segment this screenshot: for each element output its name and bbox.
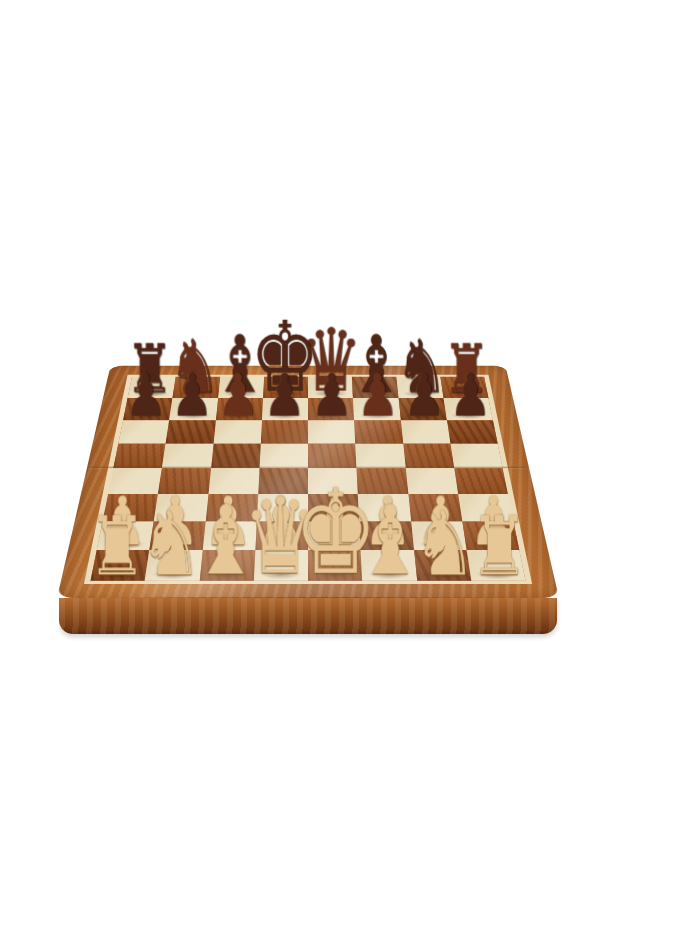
piece-black-pawn-b7[interactable]: ♟ [171, 366, 213, 425]
product-photo-stage: ♜♞♝♚♛♝♞♜♟♟♟♟♟♟♟♟♟♟♟♟♟♟♟♟♜♞♝♛♚♝♞♜ [0, 0, 683, 931]
square-b5[interactable] [162, 444, 213, 469]
piece-white-king-e1[interactable]: ♚ [293, 474, 377, 591]
piece-black-pawn-c7[interactable]: ♟ [217, 366, 259, 425]
square-d7[interactable]: ♟ [262, 398, 308, 420]
piece-black-pawn-f7[interactable]: ♟ [357, 366, 399, 425]
square-g1[interactable]: ♞ [414, 550, 471, 581]
square-h5[interactable] [450, 444, 502, 469]
piece-white-rook-a1[interactable]: ♜ [87, 506, 145, 587]
board-perspective-wrapper: ♜♞♝♚♛♝♞♜♟♟♟♟♟♟♟♟♟♟♟♟♟♟♟♟♜♞♝♛♚♝♞♜ [57, 96, 559, 598]
square-f7[interactable]: ♟ [353, 398, 400, 420]
square-b7[interactable]: ♟ [169, 398, 217, 420]
square-c7[interactable]: ♟ [216, 398, 263, 420]
chess-board: ♜♞♝♚♛♝♞♜♟♟♟♟♟♟♟♟♟♟♟♟♟♟♟♟♜♞♝♛♚♝♞♜ [84, 375, 532, 584]
square-c5[interactable] [211, 444, 261, 469]
square-e7[interactable]: ♟ [308, 398, 354, 420]
piece-white-knight-g1[interactable]: ♞ [413, 499, 477, 588]
square-a7[interactable]: ♟ [123, 398, 173, 420]
piece-black-pawn-h7[interactable]: ♟ [449, 366, 491, 425]
piece-black-pawn-g7[interactable]: ♟ [403, 366, 445, 425]
piece-black-pawn-d7[interactable]: ♟ [264, 366, 306, 425]
square-h7[interactable]: ♟ [443, 398, 493, 420]
square-g7[interactable]: ♟ [398, 398, 446, 420]
chess-box-top-surface: ♜♞♝♚♛♝♞♜♟♟♟♟♟♟♟♟♟♟♟♟♟♟♟♟♜♞♝♛♚♝♞♜ [57, 366, 559, 598]
square-a5[interactable] [113, 444, 165, 469]
piece-black-pawn-e7[interactable]: ♟ [310, 366, 352, 425]
square-g5[interactable] [403, 444, 454, 469]
square-e1[interactable]: ♚ [308, 550, 362, 581]
piece-black-pawn-a7[interactable]: ♟ [124, 366, 166, 425]
piece-white-rook-h1[interactable]: ♜ [470, 506, 528, 587]
box-front-face [59, 598, 557, 634]
